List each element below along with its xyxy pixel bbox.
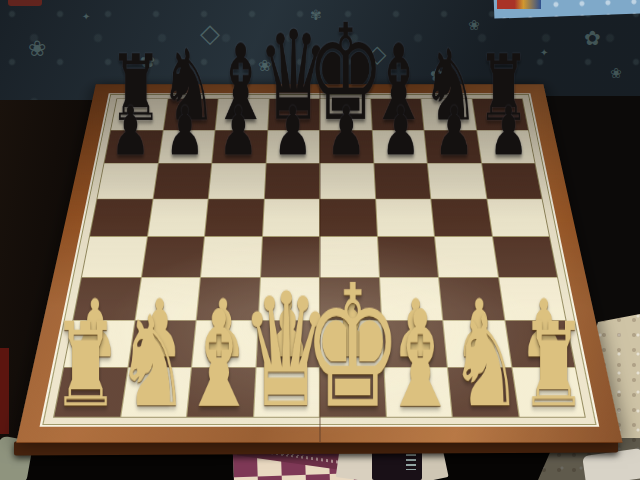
square-a5[interactable] — [90, 199, 152, 236]
square-f7[interactable]: ♟ — [372, 130, 427, 163]
fabric-flower-icon: ✦ — [540, 48, 548, 58]
top-left-red-object — [8, 0, 42, 6]
fabric-flower-icon: ✦ — [82, 12, 90, 22]
photo-scene: ❀✦✿◇❀✾◇✿❀✦✿❀✦❀ gs ♜♞♝♛♚♝♞♜♟♟♟♟♟♟♟♟♟♟♟♟♟♟… — [0, 0, 640, 480]
piece-white-rook-h1[interactable]: ♜ — [519, 308, 587, 424]
square-h1[interactable]: ♜ — [512, 367, 585, 416]
piece-black-pawn-h7[interactable]: ♟ — [489, 97, 528, 165]
piece-white-rook-a1[interactable]: ♜ — [52, 308, 120, 424]
square-h6[interactable] — [482, 164, 542, 199]
square-e7[interactable]: ♟ — [320, 130, 373, 163]
square-g4[interactable] — [435, 237, 497, 277]
square-c5[interactable] — [205, 199, 263, 236]
square-e5[interactable] — [320, 199, 376, 236]
square-e6[interactable] — [320, 164, 375, 199]
piece-black-pawn-f7[interactable]: ♟ — [381, 97, 420, 165]
square-f6[interactable] — [374, 164, 430, 199]
piece-black-pawn-a7[interactable]: ♟ — [111, 97, 150, 165]
piece-white-king-e1[interactable]: ♚ — [304, 262, 403, 431]
square-h4[interactable] — [493, 237, 557, 277]
square-b5[interactable] — [148, 199, 208, 236]
piece-black-pawn-b7[interactable]: ♟ — [165, 97, 204, 165]
board-wood-frame: ♜♞♝♛♚♝♞♜♟♟♟♟♟♟♟♟♟♟♟♟♟♟♟♟♜♞♝♛♚♝♞♜ — [16, 84, 622, 442]
square-b7[interactable]: ♟ — [158, 130, 214, 163]
fabric-flower-icon: ❀ — [610, 66, 622, 80]
piece-black-pawn-d7[interactable]: ♟ — [273, 97, 312, 165]
fabric-flower-icon: ✿ — [584, 28, 601, 48]
square-g5[interactable] — [431, 199, 491, 236]
left-edge-red-object — [0, 348, 9, 434]
square-a4[interactable] — [82, 237, 146, 277]
top-right-colored-object — [497, 0, 541, 9]
square-f5[interactable] — [376, 199, 434, 236]
fabric-flower-icon: ❀ — [28, 38, 46, 60]
square-g7[interactable]: ♟ — [424, 130, 480, 163]
piece-black-pawn-e7[interactable]: ♟ — [327, 97, 366, 165]
square-b6[interactable] — [153, 164, 211, 199]
square-g6[interactable] — [428, 164, 486, 199]
square-b4[interactable] — [142, 237, 204, 277]
square-h7[interactable]: ♟ — [477, 130, 535, 163]
piece-white-knight-b1[interactable]: ♞ — [116, 300, 189, 426]
square-h5[interactable] — [487, 199, 549, 236]
chess-board: ♜♞♝♛♚♝♞♜♟♟♟♟♟♟♟♟♟♟♟♟♟♟♟♟♜♞♝♛♚♝♞♜ — [16, 84, 622, 442]
piece-white-knight-g1[interactable]: ♞ — [450, 300, 523, 426]
piece-black-pawn-c7[interactable]: ♟ — [219, 97, 258, 165]
square-e1[interactable]: ♚ — [320, 367, 385, 416]
piece-black-pawn-g7[interactable]: ♟ — [435, 97, 474, 165]
square-c6[interactable] — [209, 164, 265, 199]
square-d7[interactable]: ♟ — [266, 130, 319, 163]
square-a7[interactable]: ♟ — [105, 130, 163, 163]
square-a6[interactable] — [98, 164, 158, 199]
square-d5[interactable] — [263, 199, 320, 236]
square-d6[interactable] — [264, 164, 319, 199]
